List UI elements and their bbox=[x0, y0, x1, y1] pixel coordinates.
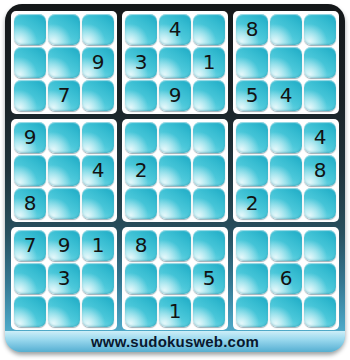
sudoku-box-3: 8 5 4 bbox=[233, 11, 339, 114]
sudoku-cell-r4c7[interactable] bbox=[236, 122, 268, 153]
sudoku-cell-r4c1[interactable]: 9 bbox=[14, 122, 46, 153]
sudoku-cell-r9c9[interactable] bbox=[304, 296, 336, 327]
sudoku-cell-r2c8[interactable] bbox=[270, 47, 302, 78]
sudoku-cell-r7c5[interactable] bbox=[159, 230, 191, 261]
sudoku-cell-r4c5[interactable] bbox=[159, 122, 191, 153]
website-link[interactable]: www.sudokusweb.com bbox=[91, 333, 259, 350]
sudoku-cell-r8c2[interactable]: 3 bbox=[48, 263, 80, 294]
sudoku-cell-r3c5[interactable]: 9 bbox=[159, 80, 191, 111]
sudoku-cell-r4c6[interactable] bbox=[193, 122, 225, 153]
sudoku-cell-r2c5[interactable] bbox=[159, 47, 191, 78]
sudoku-cell-r3c6[interactable] bbox=[193, 80, 225, 111]
sudoku-cell-r6c5[interactable] bbox=[159, 188, 191, 219]
sudoku-cell-r7c8[interactable] bbox=[270, 230, 302, 261]
sudoku-cell-r6c4[interactable] bbox=[125, 188, 157, 219]
sudoku-cell-r4c4[interactable] bbox=[125, 122, 157, 153]
sudoku-box-7: 7 9 1 3 bbox=[11, 227, 117, 330]
sudoku-cell-r7c9[interactable] bbox=[304, 230, 336, 261]
sudoku-cell-r2c7[interactable] bbox=[236, 47, 268, 78]
sudoku-cell-r6c6[interactable] bbox=[193, 188, 225, 219]
sudoku-cell-r4c8[interactable] bbox=[270, 122, 302, 153]
sudoku-cell-r2c6[interactable]: 1 bbox=[193, 47, 225, 78]
sudoku-cell-r9c5[interactable]: 1 bbox=[159, 296, 191, 327]
sudoku-cell-r7c2[interactable]: 9 bbox=[48, 230, 80, 261]
sudoku-cell-r7c3[interactable]: 1 bbox=[82, 230, 114, 261]
sudoku-grid: 9 7 4 3 1 9 8 5 4 9 bbox=[5, 4, 345, 330]
sudoku-box-8: 8 5 1 bbox=[122, 227, 228, 330]
sudoku-cell-r7c7[interactable] bbox=[236, 230, 268, 261]
sudoku-cell-r6c3[interactable] bbox=[82, 188, 114, 219]
sudoku-cell-r3c9[interactable] bbox=[304, 80, 336, 111]
sudoku-board: 9 7 4 3 1 9 8 5 4 9 bbox=[5, 4, 345, 352]
sudoku-box-5: 2 bbox=[122, 119, 228, 222]
sudoku-cell-r1c5[interactable]: 4 bbox=[159, 14, 191, 45]
sudoku-cell-r9c4[interactable] bbox=[125, 296, 157, 327]
sudoku-cell-r4c9[interactable]: 4 bbox=[304, 122, 336, 153]
sudoku-cell-r1c6[interactable] bbox=[193, 14, 225, 45]
sudoku-box-4: 9 4 8 bbox=[11, 119, 117, 222]
sudoku-cell-r3c1[interactable] bbox=[14, 80, 46, 111]
sudoku-box-1: 9 7 bbox=[11, 11, 117, 114]
sudoku-box-9: 6 bbox=[233, 227, 339, 330]
sudoku-cell-r8c6[interactable]: 5 bbox=[193, 263, 225, 294]
sudoku-cell-r2c4[interactable]: 3 bbox=[125, 47, 157, 78]
sudoku-cell-r5c7[interactable] bbox=[236, 155, 268, 186]
sudoku-cell-r5c4[interactable]: 2 bbox=[125, 155, 157, 186]
sudoku-cell-r8c3[interactable] bbox=[82, 263, 114, 294]
sudoku-cell-r9c7[interactable] bbox=[236, 296, 268, 327]
sudoku-cell-r8c4[interactable] bbox=[125, 263, 157, 294]
sudoku-cell-r3c3[interactable] bbox=[82, 80, 114, 111]
sudoku-cell-r6c2[interactable] bbox=[48, 188, 80, 219]
sudoku-cell-r5c8[interactable] bbox=[270, 155, 302, 186]
sudoku-cell-r5c5[interactable] bbox=[159, 155, 191, 186]
sudoku-cell-r7c4[interactable]: 8 bbox=[125, 230, 157, 261]
sudoku-cell-r8c7[interactable] bbox=[236, 263, 268, 294]
sudoku-cell-r1c3[interactable] bbox=[82, 14, 114, 45]
sudoku-cell-r5c2[interactable] bbox=[48, 155, 80, 186]
sudoku-cell-r5c1[interactable] bbox=[14, 155, 46, 186]
sudoku-cell-r1c2[interactable] bbox=[48, 14, 80, 45]
sudoku-cell-r9c2[interactable] bbox=[48, 296, 80, 327]
sudoku-cell-r9c3[interactable] bbox=[82, 296, 114, 327]
sudoku-cell-r3c4[interactable] bbox=[125, 80, 157, 111]
sudoku-cell-r8c8[interactable]: 6 bbox=[270, 263, 302, 294]
sudoku-cell-r1c4[interactable] bbox=[125, 14, 157, 45]
sudoku-cell-r1c1[interactable] bbox=[14, 14, 46, 45]
sudoku-cell-r3c7[interactable]: 5 bbox=[236, 80, 268, 111]
sudoku-cell-r8c5[interactable] bbox=[159, 263, 191, 294]
sudoku-cell-r4c2[interactable] bbox=[48, 122, 80, 153]
sudoku-cell-r2c2[interactable] bbox=[48, 47, 80, 78]
sudoku-cell-r1c7[interactable]: 8 bbox=[236, 14, 268, 45]
sudoku-cell-r6c9[interactable] bbox=[304, 188, 336, 219]
sudoku-cell-r4c3[interactable] bbox=[82, 122, 114, 153]
sudoku-cell-r3c8[interactable]: 4 bbox=[270, 80, 302, 111]
sudoku-box-2: 4 3 1 9 bbox=[122, 11, 228, 114]
sudoku-cell-r6c8[interactable] bbox=[270, 188, 302, 219]
sudoku-cell-r9c1[interactable] bbox=[14, 296, 46, 327]
sudoku-cell-r1c9[interactable] bbox=[304, 14, 336, 45]
sudoku-cell-r5c6[interactable] bbox=[193, 155, 225, 186]
sudoku-cell-r8c9[interactable] bbox=[304, 263, 336, 294]
sudoku-cell-r9c8[interactable] bbox=[270, 296, 302, 327]
sudoku-cell-r9c6[interactable] bbox=[193, 296, 225, 327]
sudoku-cell-r8c1[interactable] bbox=[14, 263, 46, 294]
sudoku-cell-r7c6[interactable] bbox=[193, 230, 225, 261]
sudoku-cell-r3c2[interactable]: 7 bbox=[48, 80, 80, 111]
sudoku-cell-r6c7[interactable]: 2 bbox=[236, 188, 268, 219]
footer-bar: www.sudokusweb.com bbox=[5, 331, 345, 352]
sudoku-box-6: 4 8 2 bbox=[233, 119, 339, 222]
sudoku-cell-r6c1[interactable]: 8 bbox=[14, 188, 46, 219]
sudoku-cell-r5c3[interactable]: 4 bbox=[82, 155, 114, 186]
sudoku-cell-r2c3[interactable]: 9 bbox=[82, 47, 114, 78]
sudoku-cell-r2c1[interactable] bbox=[14, 47, 46, 78]
sudoku-cell-r7c1[interactable]: 7 bbox=[14, 230, 46, 261]
sudoku-cell-r5c9[interactable]: 8 bbox=[304, 155, 336, 186]
sudoku-cell-r1c8[interactable] bbox=[270, 14, 302, 45]
sudoku-cell-r2c9[interactable] bbox=[304, 47, 336, 78]
